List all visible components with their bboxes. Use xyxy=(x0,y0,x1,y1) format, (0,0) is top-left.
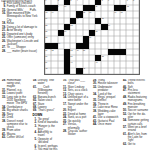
grid-clue-number: 33 xyxy=(70,49,72,51)
clue-list: 29.Homemade swing seat, maybe31.Flannel,… xyxy=(1,79,29,140)
grid-clue-number: 34 xyxy=(77,49,79,51)
grid-clue-number: 18 xyxy=(120,11,122,13)
grid-clue-number: 20 xyxy=(77,17,79,19)
clue-item: 43.Coffee vessel xyxy=(1,136,29,139)
grid-clue-number: 23 xyxy=(70,24,72,26)
grid-clue-number: 35 xyxy=(83,49,85,51)
clue-text: ___ Croft (videogame heroine) xyxy=(38,86,59,96)
grid-clue-number: 32 xyxy=(52,49,54,51)
clue-text: Long ride in the 2016 Spielberg movie 'T… xyxy=(7,96,29,106)
clue-text: Get to xyxy=(128,143,149,146)
grid-clue-number: 14 xyxy=(52,11,54,13)
grid-clue-number: 39 xyxy=(45,61,47,63)
clue-item: 61.Alert's kin, from the Latin for 'ligh… xyxy=(122,133,149,143)
clue-item: 28.___ matter (brain tissue) xyxy=(1,50,42,53)
grid-clue-number: 9 xyxy=(58,5,59,7)
grid-clue-number: 12 xyxy=(127,5,129,7)
grid-clue-number: 17 xyxy=(114,11,116,13)
clue-item: 7.You may tip this hat to a comedian xyxy=(32,148,59,150)
grid-clue-number: 5 xyxy=(102,0,103,1)
grid-cell[interactable] xyxy=(133,68,139,74)
clues-column-1: 29.Homemade swing seat, maybe31.Flannel,… xyxy=(1,79,29,150)
grid-clue-number: 37 xyxy=(70,55,72,57)
grid-clue-number: 13 xyxy=(45,11,47,13)
clue-list: 45.Threw electric bolts46.Soft47.Pre-los… xyxy=(122,79,149,146)
grid-clue-number: 16 xyxy=(89,11,91,13)
clue-item: 33.Long ride in the 2016 Spielberg movie… xyxy=(1,96,29,106)
clues-column-2-with-down-header: 59.Literally, 'little water'61.___ Croft… xyxy=(32,79,59,150)
clue-list: 10.'That was ___ close!'11.Skier Lindsey… xyxy=(62,79,89,136)
clue-text: 'Dracula' author Stoker xyxy=(68,130,89,136)
clue-text: Alert's kin, from the Latin for 'light' xyxy=(128,133,149,143)
clue-text: ___ matter (brain tissue) xyxy=(7,50,42,53)
grid-clue-number: 24 xyxy=(108,24,110,26)
grid-clue-number: 31 xyxy=(45,49,47,51)
clue-text: You may tip this hat to a comedian xyxy=(38,148,59,150)
grid-clue-number: 22 xyxy=(45,24,47,26)
grid-clue-number: 10 xyxy=(64,5,66,7)
grid-clue-number: 36 xyxy=(45,55,47,57)
grid-clue-number: 29 xyxy=(89,36,91,38)
clue-text: Coffee vessel xyxy=(7,136,29,139)
clue-item: 28.'Dracula' author Stoker xyxy=(62,130,89,136)
grid-clue-number: 42 xyxy=(45,67,47,69)
down-clues-column-1: 10.'That was ___ close!'11.Skier Lindsey… xyxy=(62,79,89,150)
grid-clue-number: 28 xyxy=(45,36,47,38)
crossword-page: { "game": "crossword", "page": { "kind":… xyxy=(0,0,150,150)
clue-list: 29.Trona30.Hostile takeover32.Underwater… xyxy=(92,79,119,127)
grid-clue-number: 6 xyxy=(108,0,109,1)
clue-text: Once more xyxy=(98,123,119,126)
down-clues-column-3: 45.Threw electric bolts46.Soft47.Pre-los… xyxy=(122,79,149,150)
clue-item: 61.___ Croft (videogame heroine) xyxy=(32,86,59,96)
grid-clue-number: 8 xyxy=(133,0,134,1)
grid-clue-number: 38 xyxy=(102,55,104,57)
grid-clue-number: 4 xyxy=(77,0,78,1)
grid-clue-number: 27 xyxy=(95,30,97,32)
grid-clue-number: 3 xyxy=(70,0,71,1)
grid-clue-number: 26 xyxy=(64,30,66,32)
grid-clue-number: 19 xyxy=(45,17,47,19)
grid-clue-number: 11 xyxy=(95,5,97,7)
crossword-grid[interactable]: 1234567891011121314151617181920212223242… xyxy=(44,0,140,75)
grid-clue-number: 7 xyxy=(127,0,128,1)
clue-item: 44.Once more xyxy=(92,123,119,126)
clue-list: 5.Fish safety checklist9.Family of Silvi… xyxy=(1,2,42,53)
clue-item: 62.Get to xyxy=(122,143,149,146)
clue-list: 59.Literally, 'little water'61.___ Croft… xyxy=(32,79,59,150)
down-clues-column-2: 29.Trona30.Hostile takeover32.Underwater… xyxy=(92,79,119,150)
across-clues-column: sanctioned boxing match 5.Fish safety ch… xyxy=(1,0,42,77)
grid-clue-number: 21 xyxy=(102,17,104,19)
grid-clue-number: 25 xyxy=(45,30,47,32)
grid-clue-number: 1 xyxy=(45,0,46,1)
grid-clue-number: 30 xyxy=(58,42,60,44)
grid-clue-number: 40 xyxy=(70,61,72,63)
grid-clue-number: 43 xyxy=(83,67,85,69)
grid-clue-number: 41 xyxy=(95,61,97,63)
grid-clue-number: 2 xyxy=(58,0,59,1)
grid-clue-number: 15 xyxy=(83,11,85,13)
